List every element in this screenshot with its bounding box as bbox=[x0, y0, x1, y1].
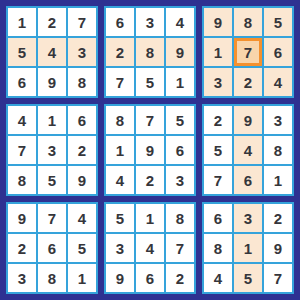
sudoku-box: 875196423 bbox=[104, 104, 196, 196]
sudoku-cell[interactable]: 9 bbox=[136, 136, 164, 164]
sudoku-cell[interactable]: 8 bbox=[136, 38, 164, 66]
sudoku-cell[interactable]: 3 bbox=[264, 106, 292, 134]
sudoku-cell[interactable]: 4 bbox=[264, 68, 292, 96]
sudoku-cell[interactable]: 2 bbox=[204, 106, 232, 134]
sudoku-cell[interactable]: 1 bbox=[166, 68, 194, 96]
sudoku-cell[interactable]: 5 bbox=[264, 8, 292, 36]
sudoku-cell[interactable]: 5 bbox=[234, 264, 262, 292]
sudoku-cell[interactable]: 2 bbox=[234, 68, 262, 96]
sudoku-cell[interactable]: 5 bbox=[166, 106, 194, 134]
sudoku-cell[interactable]: 2 bbox=[106, 38, 134, 66]
sudoku-cell[interactable]: 9 bbox=[264, 234, 292, 262]
sudoku-cell[interactable]: 4 bbox=[106, 166, 134, 194]
sudoku-cell[interactable]: 9 bbox=[38, 68, 66, 96]
sudoku-cell[interactable]: 6 bbox=[234, 166, 262, 194]
sudoku-cell[interactable]: 2 bbox=[136, 166, 164, 194]
sudoku-cell[interactable]: 4 bbox=[166, 8, 194, 36]
sudoku-box: 416732859 bbox=[6, 104, 98, 196]
sudoku-box: 518347962 bbox=[104, 202, 196, 294]
sudoku-cell[interactable]: 2 bbox=[8, 234, 36, 262]
sudoku-cell[interactable]: 6 bbox=[8, 68, 36, 96]
sudoku-cell[interactable]: 6 bbox=[264, 38, 292, 66]
selected-cell[interactable]: 7 bbox=[234, 38, 262, 66]
sudoku-cell[interactable]: 6 bbox=[166, 136, 194, 164]
sudoku-cell[interactable]: 1 bbox=[204, 38, 232, 66]
sudoku-box: 127543698 bbox=[6, 6, 98, 98]
sudoku-box: 634289751 bbox=[104, 6, 196, 98]
sudoku-cell[interactable]: 3 bbox=[106, 234, 134, 262]
sudoku-cell[interactable]: 8 bbox=[234, 8, 262, 36]
sudoku-cell[interactable]: 4 bbox=[68, 204, 96, 232]
sudoku-cell[interactable]: 4 bbox=[8, 106, 36, 134]
sudoku-board: 1275436986342897519851763244167328598751… bbox=[0, 0, 300, 300]
sudoku-cell[interactable]: 4 bbox=[204, 264, 232, 292]
sudoku-cell[interactable]: 9 bbox=[234, 106, 262, 134]
sudoku-cell[interactable]: 9 bbox=[106, 264, 134, 292]
sudoku-cell[interactable]: 3 bbox=[38, 136, 66, 164]
sudoku-cell[interactable]: 8 bbox=[204, 234, 232, 262]
sudoku-cell[interactable]: 5 bbox=[38, 166, 66, 194]
sudoku-cell[interactable]: 6 bbox=[204, 204, 232, 232]
sudoku-cell[interactable]: 9 bbox=[8, 204, 36, 232]
sudoku-cell[interactable]: 2 bbox=[68, 136, 96, 164]
sudoku-cell[interactable]: 2 bbox=[264, 204, 292, 232]
sudoku-cell[interactable]: 8 bbox=[106, 106, 134, 134]
sudoku-cell[interactable]: 4 bbox=[234, 136, 262, 164]
sudoku-cell[interactable]: 6 bbox=[68, 106, 96, 134]
sudoku-box: 985176324 bbox=[202, 6, 294, 98]
sudoku-cell[interactable]: 6 bbox=[38, 234, 66, 262]
sudoku-cell[interactable]: 5 bbox=[106, 204, 134, 232]
sudoku-cell[interactable]: 5 bbox=[204, 136, 232, 164]
sudoku-cell[interactable]: 1 bbox=[264, 166, 292, 194]
sudoku-cell[interactable]: 7 bbox=[106, 68, 134, 96]
sudoku-cell[interactable]: 8 bbox=[8, 166, 36, 194]
sudoku-cell[interactable]: 6 bbox=[106, 8, 134, 36]
sudoku-cell[interactable]: 1 bbox=[234, 234, 262, 262]
sudoku-cell[interactable]: 7 bbox=[38, 204, 66, 232]
sudoku-cell[interactable]: 3 bbox=[68, 38, 96, 66]
sudoku-cell[interactable]: 2 bbox=[38, 8, 66, 36]
sudoku-cell[interactable]: 4 bbox=[136, 234, 164, 262]
sudoku-cell[interactable]: 3 bbox=[204, 68, 232, 96]
sudoku-box: 632819457 bbox=[202, 202, 294, 294]
sudoku-cell[interactable]: 3 bbox=[136, 8, 164, 36]
sudoku-cell[interactable]: 3 bbox=[8, 264, 36, 292]
sudoku-cell[interactable]: 7 bbox=[136, 106, 164, 134]
sudoku-cell[interactable]: 8 bbox=[264, 136, 292, 164]
sudoku-box: 293548761 bbox=[202, 104, 294, 196]
sudoku-cell[interactable]: 8 bbox=[68, 68, 96, 96]
sudoku-cell[interactable]: 2 bbox=[166, 264, 194, 292]
sudoku-cell[interactable]: 1 bbox=[68, 264, 96, 292]
sudoku-cell[interactable]: 7 bbox=[204, 166, 232, 194]
sudoku-cell[interactable]: 5 bbox=[136, 68, 164, 96]
sudoku-cell[interactable]: 7 bbox=[166, 234, 194, 262]
sudoku-cell[interactable]: 3 bbox=[234, 204, 262, 232]
sudoku-cell[interactable]: 7 bbox=[8, 136, 36, 164]
sudoku-cell[interactable]: 4 bbox=[38, 38, 66, 66]
sudoku-cell[interactable]: 5 bbox=[68, 234, 96, 262]
sudoku-cell[interactable]: 1 bbox=[8, 8, 36, 36]
sudoku-cell[interactable]: 3 bbox=[166, 166, 194, 194]
sudoku-cell[interactable]: 1 bbox=[136, 204, 164, 232]
sudoku-cell[interactable]: 8 bbox=[38, 264, 66, 292]
sudoku-cell[interactable]: 8 bbox=[166, 204, 194, 232]
sudoku-cell[interactable]: 7 bbox=[264, 264, 292, 292]
sudoku-cell[interactable]: 9 bbox=[204, 8, 232, 36]
sudoku-cell[interactable]: 1 bbox=[106, 136, 134, 164]
sudoku-cell[interactable]: 7 bbox=[68, 8, 96, 36]
sudoku-cell[interactable]: 5 bbox=[8, 38, 36, 66]
sudoku-box: 974265381 bbox=[6, 202, 98, 294]
sudoku-cell[interactable]: 6 bbox=[136, 264, 164, 292]
sudoku-cell[interactable]: 9 bbox=[68, 166, 96, 194]
sudoku-cell[interactable]: 1 bbox=[38, 106, 66, 134]
sudoku-cell[interactable]: 9 bbox=[166, 38, 194, 66]
